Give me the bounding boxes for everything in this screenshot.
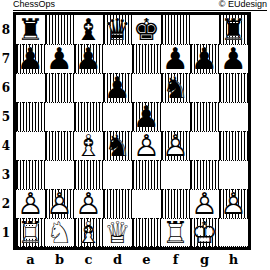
- square-h8[interactable]: ♜♜: [219, 15, 248, 44]
- square-b3[interactable]: [45, 160, 74, 189]
- file-label-b: b: [45, 252, 74, 267]
- square-h2[interactable]: ♙♟: [219, 189, 248, 218]
- piece-fill: ♝: [75, 218, 102, 248]
- piece-bR-h8[interactable]: ♜♜: [220, 15, 247, 45]
- piece-bP-b7[interactable]: ♟♟: [46, 44, 73, 74]
- square-b7[interactable]: ♟♟: [45, 44, 74, 73]
- piece-fill: ♟: [220, 189, 247, 219]
- square-e6[interactable]: [132, 73, 161, 102]
- square-c3[interactable]: [74, 160, 103, 189]
- square-e7[interactable]: [132, 44, 161, 73]
- square-a7[interactable]: ♟♟: [16, 44, 45, 73]
- square-d5[interactable]: [103, 102, 132, 131]
- piece-fill: ♚: [133, 15, 160, 45]
- piece-wB-c4[interactable]: ♗♝: [75, 131, 102, 161]
- piece-fill: ♜: [17, 218, 44, 248]
- piece-fill: ♛: [104, 15, 131, 45]
- square-f2[interactable]: [161, 189, 190, 218]
- piece-wR-a1[interactable]: ♖♜: [17, 218, 44, 248]
- piece-fill: ♟: [104, 73, 131, 103]
- square-a3[interactable]: [16, 160, 45, 189]
- square-c7[interactable]: ♟♟: [74, 44, 103, 73]
- piece-fill: ♟: [220, 44, 247, 74]
- piece-bP-a7[interactable]: ♟♟: [17, 44, 44, 74]
- piece-bN-f6[interactable]: ♞♞: [162, 73, 189, 103]
- file-label-h: h: [219, 252, 248, 267]
- piece-bN-d4[interactable]: ♞♞: [104, 131, 131, 161]
- rank-label-4: 4: [0, 131, 12, 160]
- rank-label-7: 7: [0, 44, 12, 73]
- square-h6[interactable]: [219, 73, 248, 102]
- square-d1[interactable]: ♕♛: [103, 218, 132, 247]
- piece-fill: ♟: [46, 44, 73, 74]
- square-c6[interactable]: [74, 73, 103, 102]
- credit-text: © EUdesign: [219, 0, 267, 9]
- piece-fill: ♜: [220, 15, 247, 45]
- file-label-f: f: [161, 252, 190, 267]
- square-e8[interactable]: ♚♚: [132, 15, 161, 44]
- square-f6[interactable]: ♞♞: [161, 73, 190, 102]
- piece-wQ-d1[interactable]: ♕♛: [104, 218, 131, 248]
- header-bar: ChessOps © EUdesign: [13, 0, 267, 11]
- square-b8[interactable]: [45, 15, 74, 44]
- square-g4[interactable]: [190, 131, 219, 160]
- file-label-d: d: [103, 252, 132, 267]
- square-h5[interactable]: [219, 102, 248, 131]
- piece-bK-e8[interactable]: ♚♚: [133, 15, 160, 45]
- piece-fill: ♞: [162, 73, 189, 103]
- rank-label-2: 2: [0, 189, 12, 218]
- square-b5[interactable]: [45, 102, 74, 131]
- piece-fill: ♞: [104, 131, 131, 161]
- piece-bQ-d8[interactable]: ♛♛: [104, 15, 131, 45]
- square-g7[interactable]: ♟♟: [190, 44, 219, 73]
- piece-fill: ♛: [104, 218, 131, 248]
- square-g8[interactable]: [190, 15, 219, 44]
- square-b4[interactable]: [45, 131, 74, 160]
- square-a6[interactable]: [16, 73, 45, 102]
- square-d8[interactable]: ♛♛: [103, 15, 132, 44]
- file-label-e: e: [132, 252, 161, 267]
- square-g2[interactable]: ♙♟: [190, 189, 219, 218]
- piece-wP-h2[interactable]: ♙♟: [220, 189, 247, 219]
- square-f7[interactable]: ♟♟: [161, 44, 190, 73]
- square-d4[interactable]: ♞♞: [103, 131, 132, 160]
- rank-label-6: 6: [0, 73, 12, 102]
- rank-label-3: 3: [0, 160, 12, 189]
- square-f8[interactable]: [161, 15, 190, 44]
- square-h4[interactable]: [219, 131, 248, 160]
- piece-fill: ♟: [75, 44, 102, 74]
- square-e5[interactable]: ♟♟: [132, 102, 161, 131]
- rank-label-8: 8: [0, 15, 12, 44]
- piece-fill: ♟: [133, 131, 160, 161]
- piece-wN-b1[interactable]: ♘♞: [46, 218, 73, 248]
- square-f3[interactable]: [161, 160, 190, 189]
- square-g3[interactable]: [190, 160, 219, 189]
- piece-bP-d6[interactable]: ♟♟: [104, 73, 131, 103]
- square-g1[interactable]: ♔♚: [190, 218, 219, 247]
- square-e2[interactable]: [132, 189, 161, 218]
- square-c5[interactable]: [74, 102, 103, 131]
- piece-wK-g1[interactable]: ♔♚: [191, 218, 218, 248]
- square-d7[interactable]: [103, 44, 132, 73]
- square-d6[interactable]: ♟♟: [103, 73, 132, 102]
- square-a8[interactable]: ♜♜: [16, 15, 45, 44]
- square-a1[interactable]: ♖♜: [16, 218, 45, 247]
- piece-wP-f4[interactable]: ♙♟: [162, 131, 189, 161]
- piece-wR-f1[interactable]: ♖♜: [162, 218, 189, 248]
- rank-label-1: 1: [0, 218, 12, 247]
- square-f5[interactable]: [161, 102, 190, 131]
- piece-fill: ♚: [191, 218, 218, 248]
- square-d3[interactable]: [103, 160, 132, 189]
- square-b1[interactable]: ♘♞: [45, 218, 74, 247]
- square-c4[interactable]: ♗♝: [74, 131, 103, 160]
- piece-bP-g7[interactable]: ♟♟: [191, 44, 218, 74]
- piece-bB-c8[interactable]: ♝♝: [75, 15, 102, 45]
- piece-fill: ♟: [162, 131, 189, 161]
- file-label-a: a: [16, 252, 45, 267]
- file-labels: abcdefgh: [16, 252, 248, 267]
- piece-wB-c1[interactable]: ♗♝: [75, 218, 102, 248]
- square-f4[interactable]: ♙♟: [161, 131, 190, 160]
- piece-fill: ♟: [191, 44, 218, 74]
- square-h7[interactable]: ♟♟: [219, 44, 248, 73]
- square-a2[interactable]: ♙♟: [16, 189, 45, 218]
- square-e1[interactable]: [132, 218, 161, 247]
- piece-fill: ♜: [17, 15, 44, 45]
- square-c2[interactable]: ♙♟: [74, 189, 103, 218]
- rank-labels: 87654321: [0, 15, 12, 247]
- piece-fill: ♝: [75, 131, 102, 161]
- piece-fill: ♞: [46, 218, 73, 248]
- piece-fill: ♟: [17, 44, 44, 74]
- square-g6[interactable]: [190, 73, 219, 102]
- piece-fill: ♝: [75, 15, 102, 45]
- square-b2[interactable]: ♙♟: [45, 189, 74, 218]
- square-e3[interactable]: [132, 160, 161, 189]
- square-e4[interactable]: ♙♟: [132, 131, 161, 160]
- rank-label-5: 5: [0, 102, 12, 131]
- piece-bR-a8[interactable]: ♜♜: [17, 15, 44, 45]
- square-d2[interactable]: [103, 189, 132, 218]
- square-c1[interactable]: ♗♝: [74, 218, 103, 247]
- board: ♜♜♝♝♛♛♚♚♜♜♟♟♟♟♟♟♟♟♟♟♟♟♟♟♞♞♟♟♗♝♞♞♙♟♙♟♙♟♙♟…: [13, 12, 251, 250]
- file-label-g: g: [190, 252, 219, 267]
- app-title: ChessOps: [13, 0, 55, 9]
- square-a5[interactable]: [16, 102, 45, 131]
- square-h1[interactable]: [219, 218, 248, 247]
- chessops-window: ChessOps © EUdesign 87654321 ♜♜♝♝♛♛♚♚♜♜♟…: [0, 0, 270, 270]
- piece-bP-h7[interactable]: ♟♟: [220, 44, 247, 74]
- square-f1[interactable]: ♖♜: [161, 218, 190, 247]
- square-h3[interactable]: [219, 160, 248, 189]
- file-label-c: c: [74, 252, 103, 267]
- square-c8[interactable]: ♝♝: [74, 15, 103, 44]
- square-a4[interactable]: [16, 131, 45, 160]
- square-g5[interactable]: [190, 102, 219, 131]
- piece-fill: ♜: [162, 218, 189, 248]
- square-b6[interactable]: [45, 73, 74, 102]
- piece-bP-c7[interactable]: ♟♟: [75, 44, 102, 74]
- piece-wP-e4[interactable]: ♙♟: [133, 131, 160, 161]
